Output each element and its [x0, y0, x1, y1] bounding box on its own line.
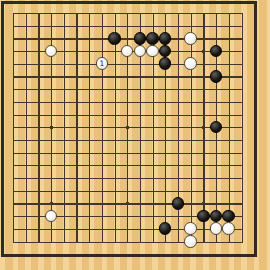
black-stone: [159, 32, 172, 45]
black-stone: [159, 57, 172, 70]
hoshi-dot: [202, 50, 205, 53]
hoshi-dot: [50, 126, 53, 129]
white-stone: [184, 57, 197, 70]
white-stone: [210, 222, 223, 235]
black-stone: [197, 210, 210, 223]
black-stone: [222, 210, 235, 223]
stones-grid[interactable]: 1: [7, 7, 248, 248]
black-stone: [210, 70, 223, 83]
white-stone: [184, 235, 197, 248]
hoshi-dot: [126, 126, 129, 129]
white-stone: [146, 45, 159, 58]
white-stone: [121, 45, 134, 58]
hoshi-dot: [202, 202, 205, 205]
black-stone: [134, 32, 147, 45]
black-stone: [108, 32, 121, 45]
black-stone: [210, 121, 223, 134]
white-stone: [184, 32, 197, 45]
go-diagram: 1: [0, 0, 270, 270]
move-number-label: 1: [99, 60, 104, 68]
hoshi-dot: [50, 202, 53, 205]
hoshi-dot: [202, 126, 205, 129]
white-stone: [134, 45, 147, 58]
black-stone: [159, 222, 172, 235]
hoshi-dot: [126, 202, 129, 205]
black-stone: [210, 45, 223, 58]
white-stone: [184, 222, 197, 235]
goban[interactable]: 1: [0, 0, 270, 270]
white-stone: [45, 210, 58, 223]
black-stone: [172, 197, 185, 210]
white-stone: [222, 222, 235, 235]
white-stone: [45, 45, 58, 58]
black-stone: [159, 45, 172, 58]
move-1-white-stone: 1: [96, 57, 109, 70]
black-stone: [210, 210, 223, 223]
black-stone: [146, 32, 159, 45]
